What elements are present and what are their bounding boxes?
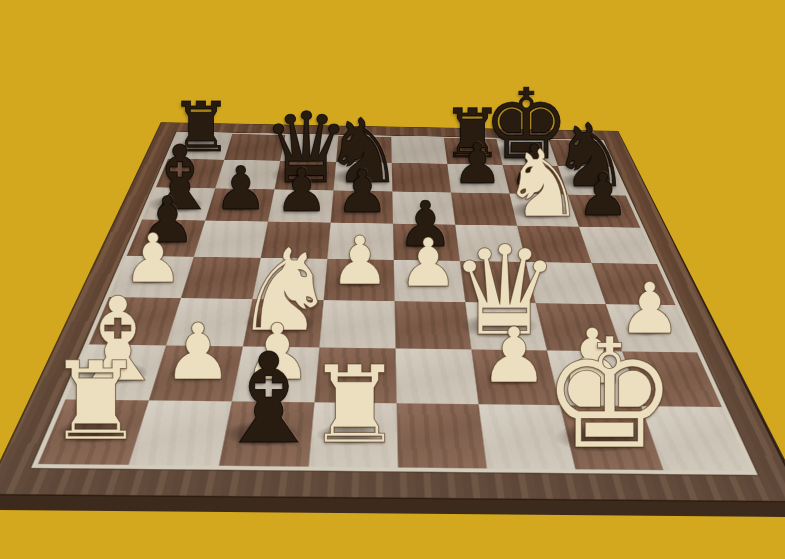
pawn-glyph: ♟ xyxy=(480,318,549,395)
white-rook-a1[interactable]: ♜ xyxy=(47,348,144,457)
square-e1[interactable] xyxy=(397,403,487,468)
pawn-glyph: ♟ xyxy=(275,161,328,221)
white-rook-d1[interactable]: ♜ xyxy=(307,352,403,459)
pawn-glyph: ♟ xyxy=(453,136,503,192)
white-pawn-d4[interactable]: ♟ xyxy=(330,228,390,295)
pawn-glyph: ♟ xyxy=(214,159,268,219)
black-pawn-d6[interactable]: ♟ xyxy=(336,162,389,221)
rook-glyph: ♜ xyxy=(47,348,144,457)
black-pawn-c6[interactable]: ♟ xyxy=(275,161,328,221)
black-pawn-h6[interactable]: ♟ xyxy=(577,166,630,225)
chess-scene: ♜♜♚♝♟♟♟♟♞♛♟♟♟♟♞♝♟♝♟♟♟♟♟♛♞♟♟♞♜♜♚ xyxy=(0,0,785,559)
black-pawn-b6[interactable]: ♟ xyxy=(214,159,268,219)
knight-glyph: ♞ xyxy=(502,138,585,231)
black-pawn-f7[interactable]: ♟ xyxy=(453,136,503,192)
pawn-glyph: ♟ xyxy=(330,228,390,295)
white-king-g1[interactable]: ♚ xyxy=(542,319,678,471)
white-pawn-f2[interactable]: ♟ xyxy=(480,318,549,395)
king-glyph: ♚ xyxy=(542,319,678,471)
pawn-glyph: ♟ xyxy=(577,166,630,225)
pawn-glyph: ♟ xyxy=(336,162,389,221)
white-knight-g6[interactable]: ♞ xyxy=(502,138,585,231)
rook-glyph: ♜ xyxy=(307,352,403,459)
